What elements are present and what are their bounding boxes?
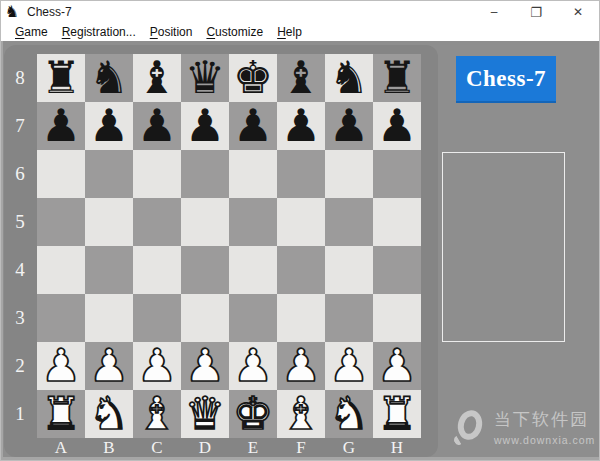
square-g7[interactable]: ♟ — [325, 102, 373, 150]
square-a8[interactable]: ♜ — [37, 54, 85, 102]
chess-board[interactable]: ♜♞♝♛♚♝♞♜♟♟♟♟♟♟♟♟♟♟♟♟♟♟♟♟♜♞♝♛♚♝♞♜ — [37, 54, 421, 438]
piece-black-bishop-f8[interactable]: ♝ — [281, 54, 321, 102]
piece-black-rook-h8[interactable]: ♜ — [377, 54, 417, 102]
square-c7[interactable]: ♟ — [133, 102, 181, 150]
minimize-button[interactable]: – — [473, 1, 515, 23]
rank-label-8: 8 — [5, 54, 35, 102]
square-a5[interactable] — [37, 198, 85, 246]
chess7-logo-text: Chess-7 — [466, 66, 546, 92]
square-f6[interactable] — [277, 150, 325, 198]
piece-white-pawn-a2[interactable]: ♟ — [41, 342, 81, 390]
menu-customize[interactable]: Customize — [199, 25, 270, 39]
square-h5[interactable] — [373, 198, 421, 246]
piece-white-pawn-h2[interactable]: ♟ — [377, 342, 417, 390]
piece-white-rook-a1[interactable]: ♜ — [41, 390, 81, 438]
close-button[interactable]: ✕ — [557, 1, 599, 23]
piece-black-pawn-d7[interactable]: ♟ — [185, 102, 225, 150]
window-title: Chess-7 — [27, 5, 72, 19]
square-a3[interactable] — [37, 294, 85, 342]
square-a7[interactable]: ♟ — [37, 102, 85, 150]
file-label-c: C — [133, 439, 181, 457]
file-label-h: H — [373, 439, 421, 457]
square-c3[interactable] — [133, 294, 181, 342]
menu-registration[interactable]: Registration... — [55, 25, 143, 39]
rank-label-4: 4 — [5, 246, 35, 294]
piece-white-king-e1[interactable]: ♚ — [233, 390, 273, 438]
square-b6[interactable] — [85, 150, 133, 198]
square-g4[interactable] — [325, 246, 373, 294]
piece-white-rook-h1[interactable]: ♜ — [377, 390, 417, 438]
square-e3[interactable] — [229, 294, 277, 342]
square-g2[interactable]: ♟ — [325, 342, 373, 390]
piece-white-queen-d1[interactable]: ♛ — [185, 390, 225, 438]
square-b3[interactable] — [85, 294, 133, 342]
square-c1[interactable]: ♝ — [133, 390, 181, 438]
square-a4[interactable] — [37, 246, 85, 294]
title-bar: ♞ Chess-7 – ❐ ✕ — [1, 1, 599, 23]
square-d2[interactable]: ♟ — [181, 342, 229, 390]
rank-label-1: 1 — [5, 390, 35, 438]
piece-white-pawn-d2[interactable]: ♟ — [185, 342, 225, 390]
square-b4[interactable] — [85, 246, 133, 294]
square-b8[interactable]: ♞ — [85, 54, 133, 102]
rank-label-3: 3 — [5, 294, 35, 342]
square-f3[interactable] — [277, 294, 325, 342]
piece-white-pawn-c2[interactable]: ♟ — [137, 342, 177, 390]
square-f7[interactable]: ♟ — [277, 102, 325, 150]
square-c4[interactable] — [133, 246, 181, 294]
square-d7[interactable]: ♟ — [181, 102, 229, 150]
square-e6[interactable] — [229, 150, 277, 198]
square-h3[interactable] — [373, 294, 421, 342]
square-d8[interactable]: ♛ — [181, 54, 229, 102]
square-b5[interactable] — [85, 198, 133, 246]
square-c8[interactable]: ♝ — [133, 54, 181, 102]
file-label-f: F — [277, 439, 325, 457]
menu-help[interactable]: Help — [270, 25, 309, 39]
piece-white-pawn-b2[interactable]: ♟ — [89, 342, 129, 390]
square-d1[interactable]: ♛ — [181, 390, 229, 438]
square-h1[interactable]: ♜ — [373, 390, 421, 438]
rank-label-2: 2 — [5, 342, 35, 390]
client-area: ♜♞♝♛♚♝♞♜♟♟♟♟♟♟♟♟♟♟♟♟♟♟♟♟♜♞♝♛♚♝♞♜ 8765432… — [1, 41, 600, 461]
square-g1[interactable]: ♞ — [325, 390, 373, 438]
square-g5[interactable] — [325, 198, 373, 246]
menu-bar: Game Registration... Position Customize … — [1, 23, 599, 41]
square-d6[interactable] — [181, 150, 229, 198]
square-a6[interactable] — [37, 150, 85, 198]
piece-black-rook-a8[interactable]: ♜ — [41, 54, 81, 102]
piece-black-pawn-a7[interactable]: ♟ — [41, 102, 81, 150]
watermark-site-url: www.downxia.com — [494, 434, 595, 446]
downxia-logo-icon — [453, 405, 489, 449]
maximize-button[interactable]: ❐ — [515, 1, 557, 23]
square-g3[interactable] — [325, 294, 373, 342]
app-window: ♞ Chess-7 – ❐ ✕ Game Registration... Pos… — [0, 0, 600, 461]
piece-white-bishop-c1[interactable]: ♝ — [137, 390, 177, 438]
piece-white-bishop-f1[interactable]: ♝ — [281, 390, 321, 438]
rank-label-6: 6 — [5, 150, 35, 198]
piece-black-pawn-h7[interactable]: ♟ — [377, 102, 417, 150]
square-d4[interactable] — [181, 246, 229, 294]
square-d3[interactable] — [181, 294, 229, 342]
piece-black-knight-b8[interactable]: ♞ — [89, 54, 129, 102]
file-label-g: G — [325, 439, 373, 457]
watermark-site-name: 当下软件园 — [494, 408, 595, 431]
file-label-d: D — [181, 439, 229, 457]
rank-label-7: 7 — [5, 102, 35, 150]
move-list-panel — [442, 152, 565, 342]
square-a1[interactable]: ♜ — [37, 390, 85, 438]
square-h8[interactable]: ♜ — [373, 54, 421, 102]
watermark: 当下软件园 www.downxia.com — [453, 405, 595, 449]
square-g8[interactable]: ♞ — [325, 54, 373, 102]
square-h7[interactable]: ♟ — [373, 102, 421, 150]
app-knight-icon: ♞ — [1, 2, 23, 22]
square-c5[interactable] — [133, 198, 181, 246]
piece-white-pawn-e2[interactable]: ♟ — [233, 342, 273, 390]
square-e7[interactable]: ♟ — [229, 102, 277, 150]
square-h4[interactable] — [373, 246, 421, 294]
piece-black-pawn-g7[interactable]: ♟ — [329, 102, 369, 150]
window-controls: – ❐ ✕ — [473, 1, 599, 23]
square-e5[interactable] — [229, 198, 277, 246]
square-d5[interactable] — [181, 198, 229, 246]
square-c6[interactable] — [133, 150, 181, 198]
square-g6[interactable] — [325, 150, 373, 198]
piece-black-king-e8[interactable]: ♚ — [233, 54, 273, 102]
piece-black-pawn-b7[interactable]: ♟ — [89, 102, 129, 150]
square-e2[interactable]: ♟ — [229, 342, 277, 390]
piece-black-pawn-c7[interactable]: ♟ — [137, 102, 177, 150]
square-h6[interactable] — [373, 150, 421, 198]
square-b7[interactable]: ♟ — [85, 102, 133, 150]
square-h2[interactable]: ♟ — [373, 342, 421, 390]
piece-black-knight-g8[interactable]: ♞ — [329, 54, 369, 102]
square-e1[interactable]: ♚ — [229, 390, 277, 438]
file-label-b: B — [85, 439, 133, 457]
chess7-logo-banner: Chess-7 — [456, 56, 556, 103]
file-label-a: A — [37, 439, 85, 457]
square-f2[interactable]: ♟ — [277, 342, 325, 390]
piece-black-queen-d8[interactable]: ♛ — [185, 54, 225, 102]
piece-black-pawn-e7[interactable]: ♟ — [233, 102, 273, 150]
piece-white-knight-g1[interactable]: ♞ — [329, 390, 369, 438]
square-f5[interactable] — [277, 198, 325, 246]
square-f8[interactable]: ♝ — [277, 54, 325, 102]
square-e8[interactable]: ♚ — [229, 54, 277, 102]
piece-white-knight-b1[interactable]: ♞ — [89, 390, 129, 438]
file-label-e: E — [229, 439, 277, 457]
piece-black-bishop-c8[interactable]: ♝ — [137, 54, 177, 102]
menu-game[interactable]: Game — [8, 25, 55, 39]
square-c2[interactable]: ♟ — [133, 342, 181, 390]
square-a2[interactable]: ♟ — [37, 342, 85, 390]
piece-black-pawn-f7[interactable]: ♟ — [281, 102, 321, 150]
square-f1[interactable]: ♝ — [277, 390, 325, 438]
square-b1[interactable]: ♞ — [85, 390, 133, 438]
rank-label-5: 5 — [5, 198, 35, 246]
square-e4[interactable] — [229, 246, 277, 294]
piece-white-pawn-g2[interactable]: ♟ — [329, 342, 369, 390]
piece-white-pawn-f2[interactable]: ♟ — [281, 342, 321, 390]
menu-position[interactable]: Position — [143, 25, 200, 39]
square-b2[interactable]: ♟ — [85, 342, 133, 390]
square-f4[interactable] — [277, 246, 325, 294]
